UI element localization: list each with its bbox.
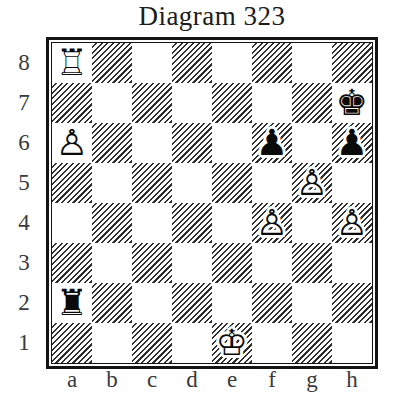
chess-board: ♖♚♙♟♟♙♙♙♜♔ [51,42,373,364]
square-f6: ♟ [252,123,292,163]
square-e8 [212,43,252,83]
file-label-g: g [292,365,332,395]
board-frame: ♖♚♙♟♟♙♙♙♜♔ [46,37,378,369]
square-h4: ♙ [332,203,372,243]
square-b3 [92,243,132,283]
square-a3 [52,243,92,283]
square-d8 [172,43,212,83]
piece-white-pawn: ♙ [296,163,328,203]
square-d3 [172,243,212,283]
square-a8: ♖ [52,43,92,83]
square-h1 [332,323,372,363]
rank-label-2: 2 [10,283,38,323]
square-g1 [292,323,332,363]
file-label-c: c [132,365,172,395]
piece-black-pawn: ♟ [336,123,368,163]
square-e2 [212,283,252,323]
square-h3 [332,243,372,283]
file-label-e: e [212,365,252,395]
file-labels: abcdefgh [52,365,372,395]
square-b2 [92,283,132,323]
square-c7 [132,83,172,123]
square-g3 [292,243,332,283]
square-g7 [292,83,332,123]
rank-label-7: 7 [10,83,38,123]
square-f4: ♙ [252,203,292,243]
square-h5 [332,163,372,203]
square-g5: ♙ [292,163,332,203]
square-c5 [132,163,172,203]
file-label-d: d [172,365,212,395]
square-b1 [92,323,132,363]
square-c6 [132,123,172,163]
square-h6: ♟ [332,123,372,163]
square-b5 [92,163,132,203]
square-d5 [172,163,212,203]
square-h7: ♚ [332,83,372,123]
square-e5 [212,163,252,203]
square-f8 [252,43,292,83]
square-a6: ♙ [52,123,92,163]
file-label-f: f [252,365,292,395]
square-b8 [92,43,132,83]
square-f1 [252,323,292,363]
square-e4 [212,203,252,243]
square-f7 [252,83,292,123]
piece-black-rook: ♜ [56,283,88,323]
diagram-title: Diagram 323 [46,1,378,32]
square-d2 [172,283,212,323]
square-a7 [52,83,92,123]
file-label-h: h [332,365,372,395]
square-d1 [172,323,212,363]
square-g4 [292,203,332,243]
rank-label-3: 3 [10,243,38,283]
square-c3 [132,243,172,283]
square-f5 [252,163,292,203]
file-label-a: a [52,365,92,395]
square-c8 [132,43,172,83]
piece-white-king: ♔ [216,323,248,363]
square-a1 [52,323,92,363]
square-b6 [92,123,132,163]
square-e6 [212,123,252,163]
square-b7 [92,83,132,123]
square-f3 [252,243,292,283]
square-h2 [332,283,372,323]
square-c1 [132,323,172,363]
rank-label-1: 1 [10,323,38,363]
square-e7 [212,83,252,123]
square-g6 [292,123,332,163]
rank-label-4: 4 [10,203,38,243]
file-label-b: b [92,365,132,395]
piece-black-king: ♚ [336,83,368,123]
square-f2 [252,283,292,323]
piece-white-rook: ♖ [56,43,88,83]
piece-white-pawn: ♙ [336,203,368,243]
square-e3 [212,243,252,283]
square-d4 [172,203,212,243]
piece-white-pawn: ♙ [256,203,288,243]
square-c4 [132,203,172,243]
square-g8 [292,43,332,83]
rank-label-5: 5 [10,163,38,203]
square-g2 [292,283,332,323]
square-e1: ♔ [212,323,252,363]
square-b4 [92,203,132,243]
square-a4 [52,203,92,243]
rank-labels: 87654321 [10,43,38,363]
square-c2 [132,283,172,323]
square-a2: ♜ [52,283,92,323]
rank-label-6: 6 [10,123,38,163]
square-a5 [52,163,92,203]
square-h8 [332,43,372,83]
square-d6 [172,123,212,163]
square-d7 [172,83,212,123]
rank-label-8: 8 [10,43,38,83]
chess-diagram-page: Diagram 323 87654321 ♖♚♙♟♟♙♙♙♜♔ abcdefgh [0,0,400,400]
piece-black-pawn: ♟ [256,123,288,163]
piece-white-pawn: ♙ [56,123,88,163]
